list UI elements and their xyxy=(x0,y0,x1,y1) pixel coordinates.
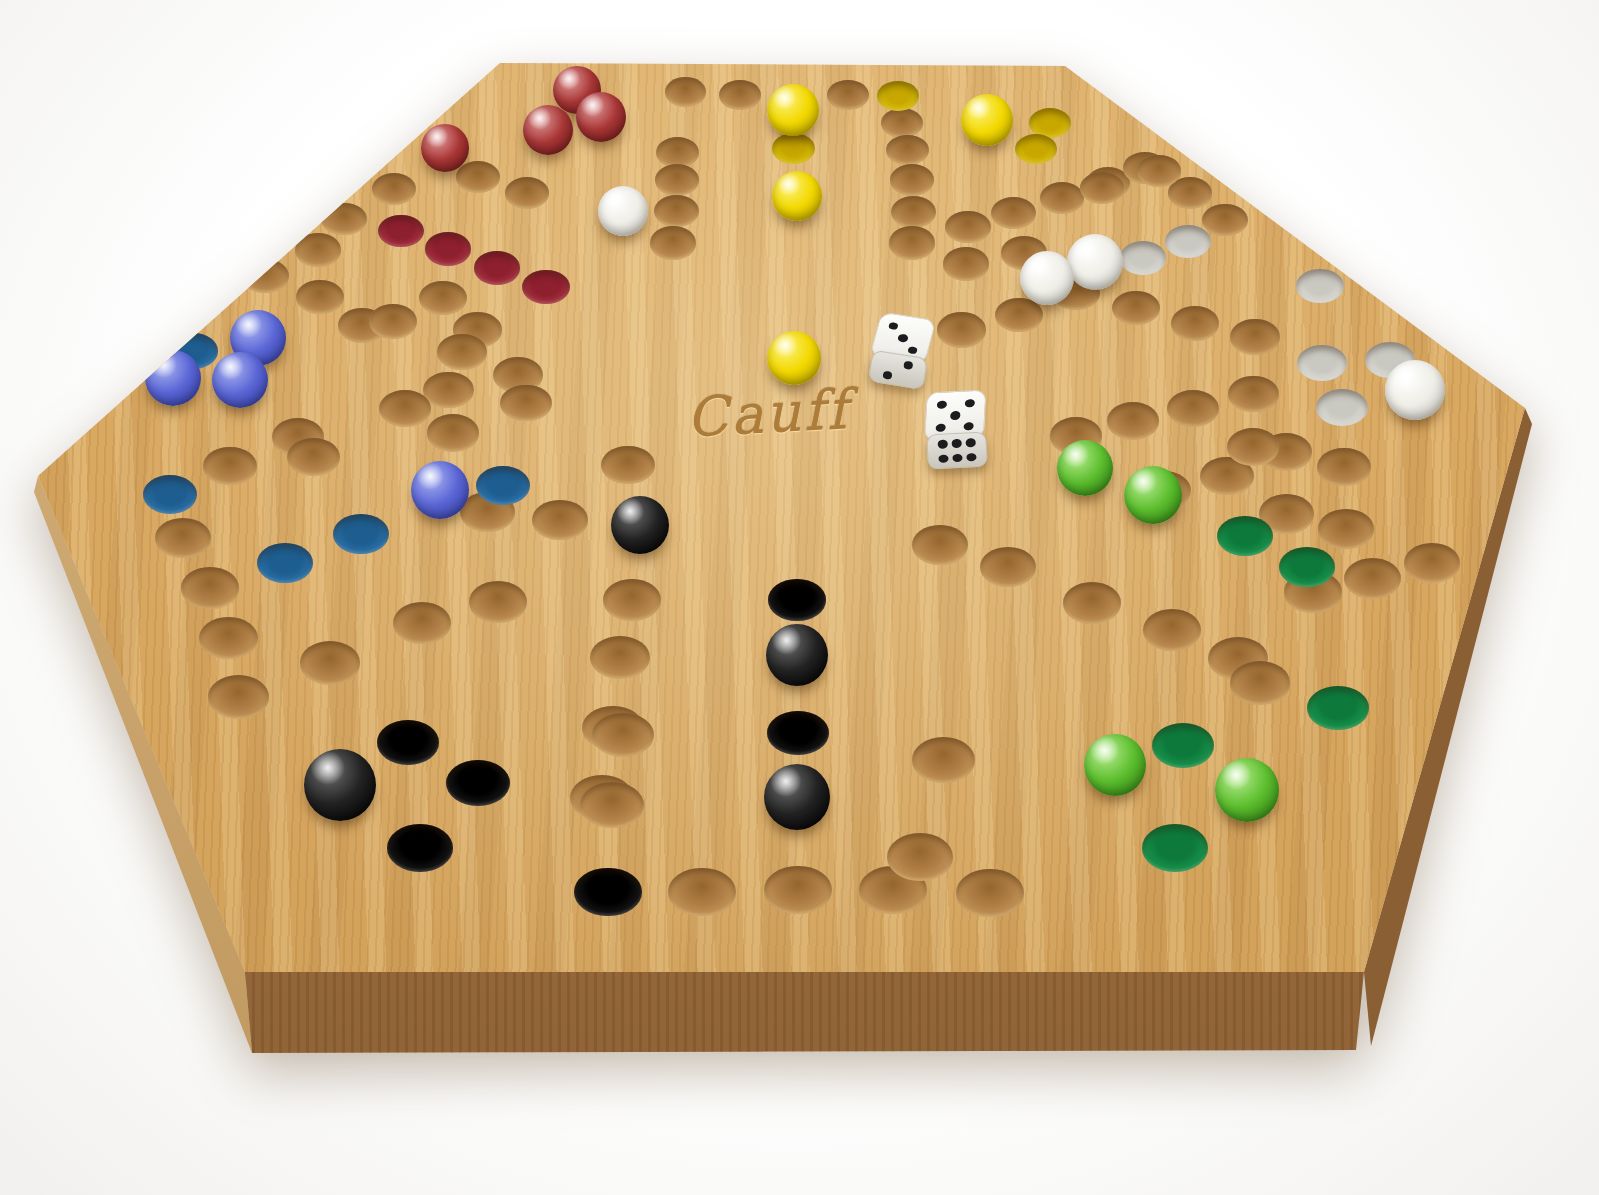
die-front-face xyxy=(926,432,988,470)
die-pip xyxy=(950,411,961,420)
die-pip xyxy=(938,454,949,463)
die-pip xyxy=(963,422,974,431)
die-2[interactable] xyxy=(924,389,988,469)
die-pip xyxy=(903,361,914,370)
die-pip xyxy=(965,438,976,447)
die-pip xyxy=(952,453,963,462)
die-pip xyxy=(938,440,949,449)
die-pip xyxy=(951,439,962,448)
die-1[interactable] xyxy=(868,311,934,390)
board: Cauff xyxy=(0,0,1599,1195)
die-pip xyxy=(882,370,893,379)
die-pip xyxy=(907,346,918,355)
die-pip xyxy=(897,334,908,343)
die-pip xyxy=(964,399,975,408)
board-game-photo: Cauff xyxy=(0,0,1599,1195)
die-pip xyxy=(966,453,977,462)
die-pip xyxy=(888,321,899,330)
die-pip xyxy=(935,423,946,432)
die-pip xyxy=(937,401,948,410)
